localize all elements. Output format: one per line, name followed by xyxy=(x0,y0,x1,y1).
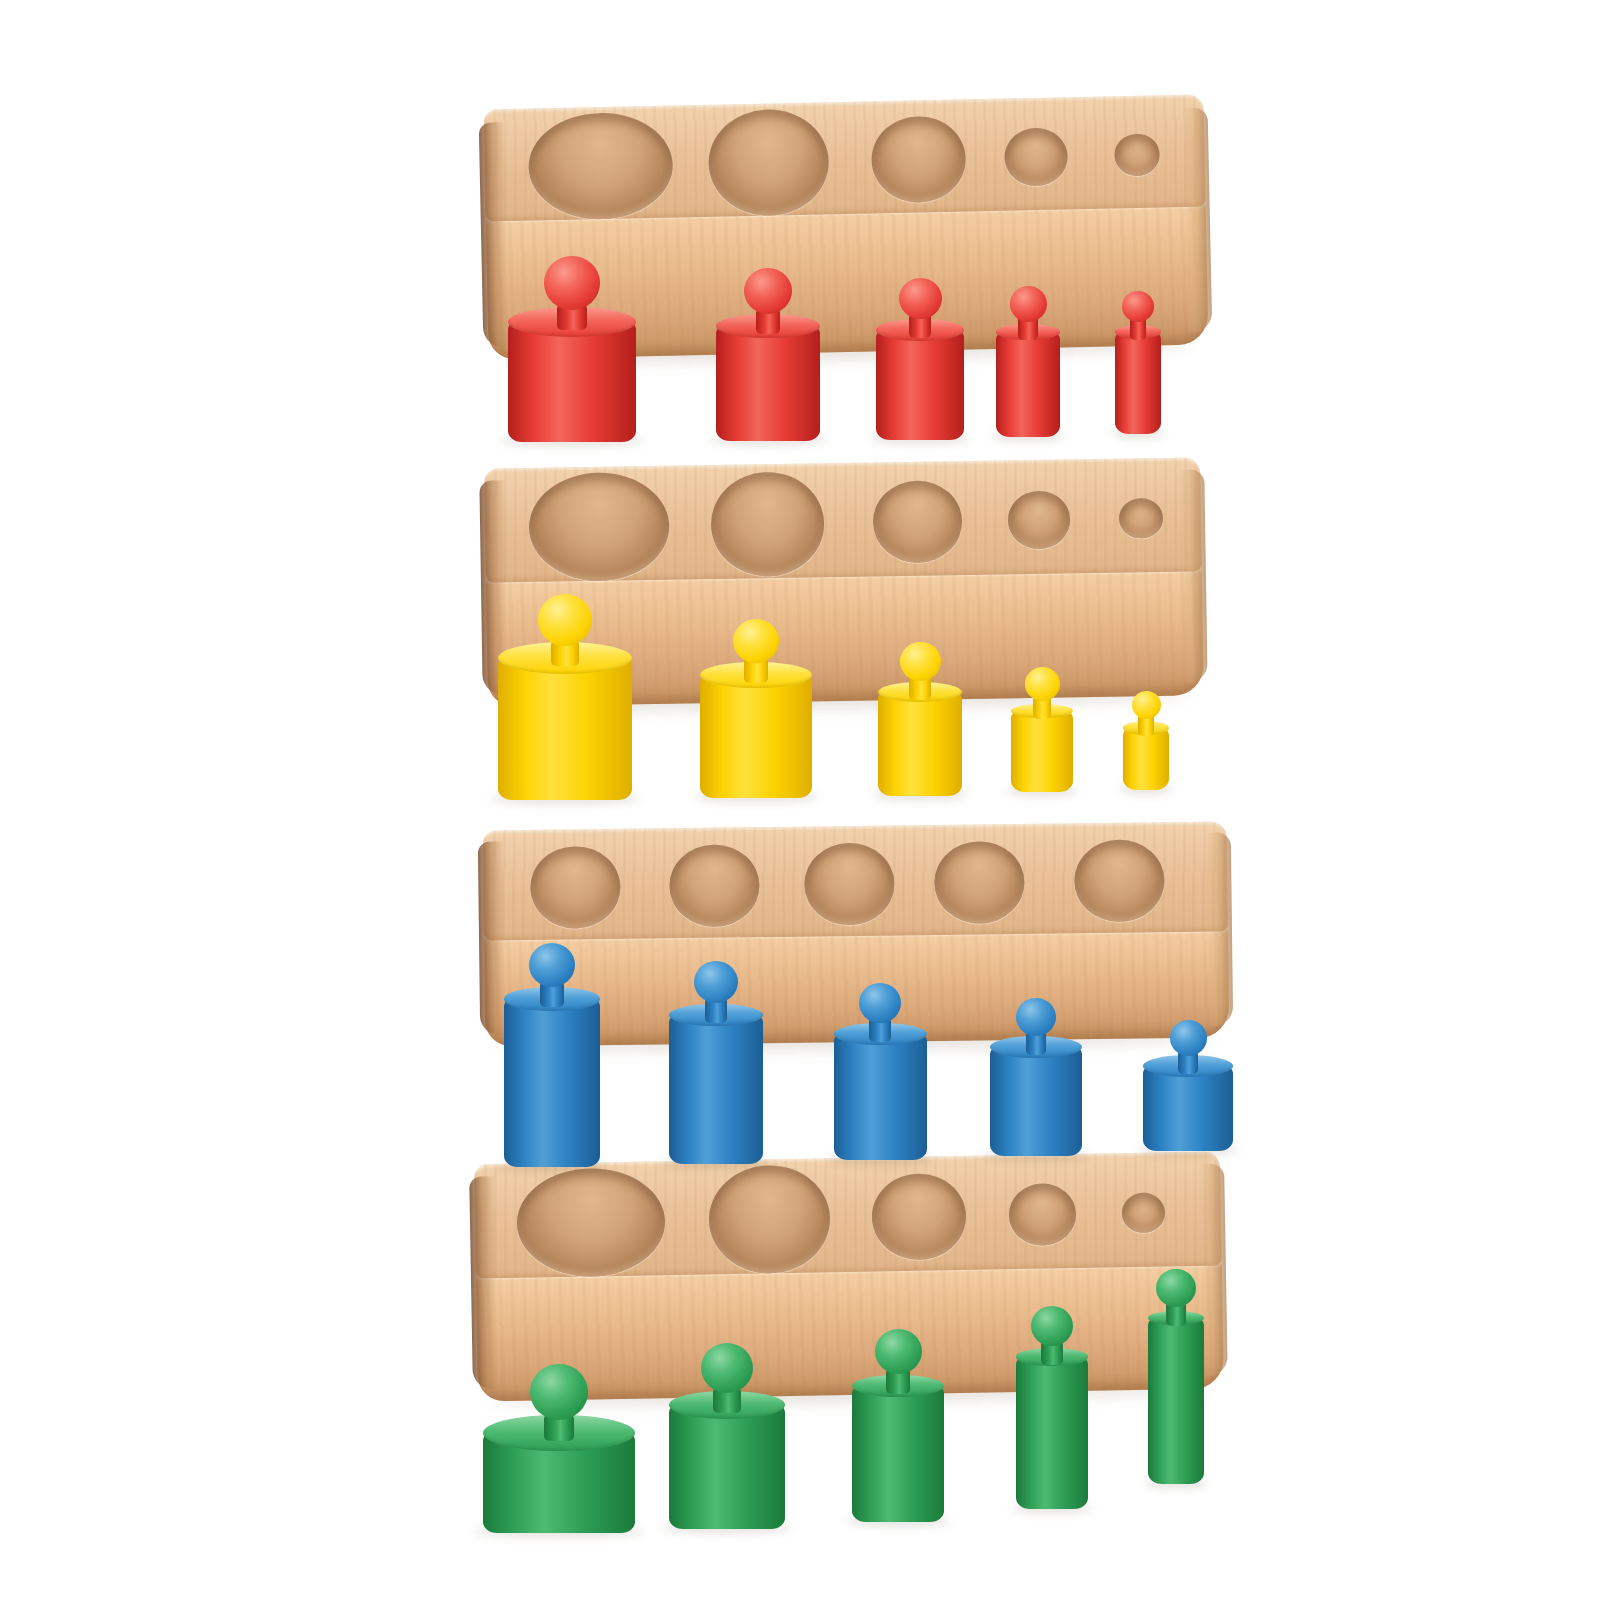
cylinder-red-3[interactable] xyxy=(876,330,964,440)
cylinder-green-3[interactable] xyxy=(852,1386,944,1522)
socket-hole-3[interactable] xyxy=(804,842,895,926)
cylinder-yellow-4[interactable] xyxy=(1011,711,1073,792)
cylinder-body xyxy=(504,999,600,1167)
cylinder-body xyxy=(669,1015,763,1164)
cylinder-body xyxy=(1143,1066,1233,1151)
cylinder-knob xyxy=(1010,286,1047,322)
cylinder-red-2[interactable] xyxy=(716,326,820,441)
socket-hole-4[interactable] xyxy=(934,841,1025,925)
cylinder-green-2[interactable] xyxy=(669,1405,785,1529)
cylinder-knob xyxy=(875,1329,922,1374)
socket-hole-3[interactable] xyxy=(871,1173,966,1261)
cylinder-body xyxy=(508,322,636,442)
cylinder-body xyxy=(834,1034,927,1160)
cylinder-knob xyxy=(1156,1269,1196,1307)
cylinder-knob xyxy=(733,619,779,663)
cylinder-blue-5[interactable] xyxy=(1143,1066,1233,1151)
socket-hole-2[interactable] xyxy=(710,471,825,577)
cylinder-green-1[interactable] xyxy=(483,1433,635,1533)
wood-block-green xyxy=(474,1152,1224,1402)
cylinder-knob xyxy=(530,1364,588,1420)
cylinder-knob xyxy=(1170,1020,1207,1056)
cylinder-body xyxy=(990,1047,1082,1156)
block-top-face xyxy=(484,457,1202,582)
cylinder-body xyxy=(1011,711,1073,792)
block-right-end-face xyxy=(1182,107,1213,332)
cylinder-body xyxy=(1016,1357,1088,1509)
cylinder-yellow-2[interactable] xyxy=(700,675,812,798)
socket-hole-3[interactable] xyxy=(872,480,962,563)
socket-hole-5[interactable] xyxy=(1074,839,1165,923)
cylinder-knob xyxy=(1016,998,1056,1036)
cylinder-red-5[interactable] xyxy=(1115,332,1161,434)
socket-hole-1[interactable] xyxy=(528,472,670,582)
cylinder-body xyxy=(716,326,820,441)
cylinder-body xyxy=(996,332,1060,437)
socket-hole-1[interactable] xyxy=(530,845,621,929)
block-left-end-face xyxy=(469,1176,499,1390)
cylinder-green-4[interactable] xyxy=(1016,1357,1088,1509)
cylinder-blue-4[interactable] xyxy=(990,1047,1082,1156)
cylinder-knob xyxy=(538,594,592,646)
cylinder-red-4[interactable] xyxy=(996,332,1060,437)
cylinder-knob xyxy=(544,256,600,310)
product-photo-scene xyxy=(0,0,1600,1600)
cylinder-yellow-1[interactable] xyxy=(498,658,632,800)
cylinder-knob xyxy=(859,983,901,1023)
socket-hole-2[interactable] xyxy=(708,108,830,216)
cylinder-knob xyxy=(1031,1306,1073,1346)
block-left-end-face xyxy=(478,841,506,1036)
cylinder-knob xyxy=(899,278,942,319)
block-front-face xyxy=(476,1263,1224,1401)
block-left-end-face xyxy=(479,122,510,347)
cylinder-body xyxy=(669,1405,785,1529)
socket-hole-5[interactable] xyxy=(1119,498,1164,539)
block-right-end-face xyxy=(1178,469,1207,684)
cylinder-body xyxy=(878,692,962,796)
cylinder-yellow-5[interactable] xyxy=(1123,728,1169,790)
cylinder-knob xyxy=(1132,691,1161,719)
cylinder-body xyxy=(498,658,632,800)
cylinder-red-1[interactable] xyxy=(508,322,636,442)
cylinder-knob xyxy=(744,268,792,314)
cylinder-body xyxy=(700,675,812,798)
socket-hole-5[interactable] xyxy=(1121,1193,1165,1233)
cylinder-knob xyxy=(529,943,575,987)
cylinder-knob xyxy=(694,961,738,1003)
socket-hole-2[interactable] xyxy=(669,844,760,928)
cylinder-body xyxy=(852,1386,944,1522)
cylinder-knob xyxy=(1122,291,1154,322)
cylinder-knob xyxy=(1025,667,1060,701)
socket-hole-1[interactable] xyxy=(528,112,674,221)
cylinder-green-5[interactable] xyxy=(1148,1318,1204,1484)
cylinder-yellow-3[interactable] xyxy=(878,692,962,796)
cylinder-body xyxy=(1148,1318,1204,1484)
cylinder-blue-1[interactable] xyxy=(504,999,600,1167)
cylinder-blue-2[interactable] xyxy=(669,1015,763,1164)
block-top-face xyxy=(483,821,1228,940)
cylinder-knob xyxy=(900,642,941,681)
socket-hole-2[interactable] xyxy=(708,1164,831,1274)
socket-hole-4[interactable] xyxy=(1003,127,1067,186)
block-top-face xyxy=(483,94,1205,221)
socket-hole-1[interactable] xyxy=(516,1167,666,1278)
cylinder-knob xyxy=(701,1343,753,1393)
block-right-end-face xyxy=(1205,832,1233,1027)
socket-hole-4[interactable] xyxy=(1008,1183,1076,1246)
cylinder-body xyxy=(876,330,964,440)
socket-hole-3[interactable] xyxy=(871,115,967,203)
cylinder-body xyxy=(1115,332,1161,434)
cylinder-blue-3[interactable] xyxy=(834,1034,927,1160)
socket-hole-5[interactable] xyxy=(1114,134,1160,176)
socket-hole-4[interactable] xyxy=(1008,491,1071,549)
cylinder-body xyxy=(1123,728,1169,790)
